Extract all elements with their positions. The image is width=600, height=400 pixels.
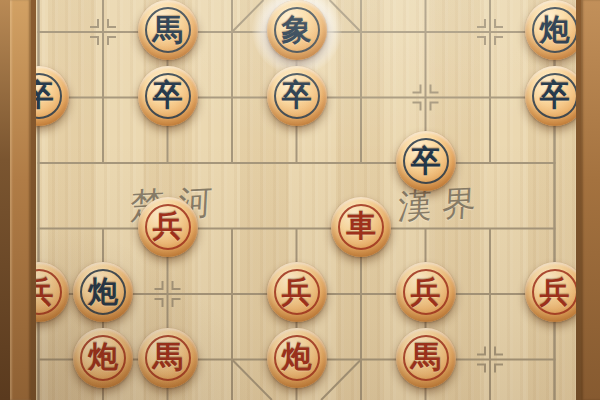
piece-glyph: 兵 xyxy=(9,262,69,322)
piece-black-horse-c2[interactable]: 馬 xyxy=(138,0,198,60)
piece-glyph: 卒 xyxy=(396,131,456,191)
piece-red-pawn-c5[interactable]: 兵 xyxy=(138,197,198,257)
piece-glyph: 馬 xyxy=(138,328,198,388)
piece-disc: 車 xyxy=(331,197,391,257)
piece-red-pawn-i6[interactable]: 兵 xyxy=(525,262,585,322)
piece-disc: 卒 xyxy=(267,66,327,126)
piece-glyph: 炮 xyxy=(525,0,585,60)
piece-glyph: 兵 xyxy=(138,197,198,257)
piece-disc: 炮 xyxy=(73,328,133,388)
piece-disc: 炮 xyxy=(267,328,327,388)
piece-red-pawn-a6[interactable]: 兵 xyxy=(9,262,69,322)
piece-disc: 象 xyxy=(267,0,327,60)
piece-disc: 卒 xyxy=(525,66,585,126)
piece-red-pawn-g6[interactable]: 兵 xyxy=(396,262,456,322)
piece-black-pawn-c3[interactable]: 卒 xyxy=(138,66,198,126)
piece-disc: 兵 xyxy=(9,262,69,322)
piece-disc: 兵 xyxy=(138,197,198,257)
piece-disc: 馬 xyxy=(138,328,198,388)
piece-disc: 馬 xyxy=(138,0,198,60)
piece-glyph: 馬 xyxy=(396,328,456,388)
piece-glyph: 車 xyxy=(331,197,391,257)
piece-glyph: 卒 xyxy=(525,66,585,126)
piece-disc: 卒 xyxy=(9,66,69,126)
piece-glyph: 炮 xyxy=(267,328,327,388)
piece-disc: 馬 xyxy=(396,328,456,388)
piece-disc: 兵 xyxy=(396,262,456,322)
piece-glyph: 兵 xyxy=(396,262,456,322)
piece-disc: 兵 xyxy=(267,262,327,322)
piece-glyph: 炮 xyxy=(73,262,133,322)
piece-glyph: 馬 xyxy=(138,0,198,60)
piece-red-horse-g7[interactable]: 馬 xyxy=(396,328,456,388)
piece-glyph: 卒 xyxy=(138,66,198,126)
piece-red-chariot-f5[interactable]: 車 xyxy=(331,197,391,257)
piece-disc: 炮 xyxy=(525,0,585,60)
piece-disc: 卒 xyxy=(396,131,456,191)
piece-glyph: 卒 xyxy=(9,66,69,126)
piece-disc: 兵 xyxy=(525,262,585,322)
piece-red-horse-c7[interactable]: 馬 xyxy=(138,328,198,388)
piece-disc: 炮 xyxy=(73,262,133,322)
piece-glyph: 炮 xyxy=(73,328,133,388)
piece-black-cannon-b6[interactable]: 炮 xyxy=(73,262,133,322)
piece-black-pawn-i3[interactable]: 卒 xyxy=(525,66,585,126)
piece-glyph: 卒 xyxy=(267,66,327,126)
piece-disc: 卒 xyxy=(138,66,198,126)
piece-glyph: 兵 xyxy=(525,262,585,322)
piece-black-elephant-e2[interactable]: 象 xyxy=(267,0,327,60)
piece-red-pawn-e6[interactable]: 兵 xyxy=(267,262,327,322)
xiangqi-board: 楚河 漢界 馬象炮卒卒卒卒卒兵車兵炮兵兵兵炮馬炮馬 xyxy=(0,0,600,400)
piece-black-pawn-e3[interactable]: 卒 xyxy=(267,66,327,126)
piece-black-pawn-g4[interactable]: 卒 xyxy=(396,131,456,191)
piece-glyph: 兵 xyxy=(267,262,327,322)
piece-black-pawn-a3[interactable]: 卒 xyxy=(9,66,69,126)
piece-red-cannon-e7[interactable]: 炮 xyxy=(267,328,327,388)
piece-black-cannon-i2[interactable]: 炮 xyxy=(525,0,585,60)
piece-red-cannon-b7[interactable]: 炮 xyxy=(73,328,133,388)
piece-glyph: 象 xyxy=(267,0,327,60)
